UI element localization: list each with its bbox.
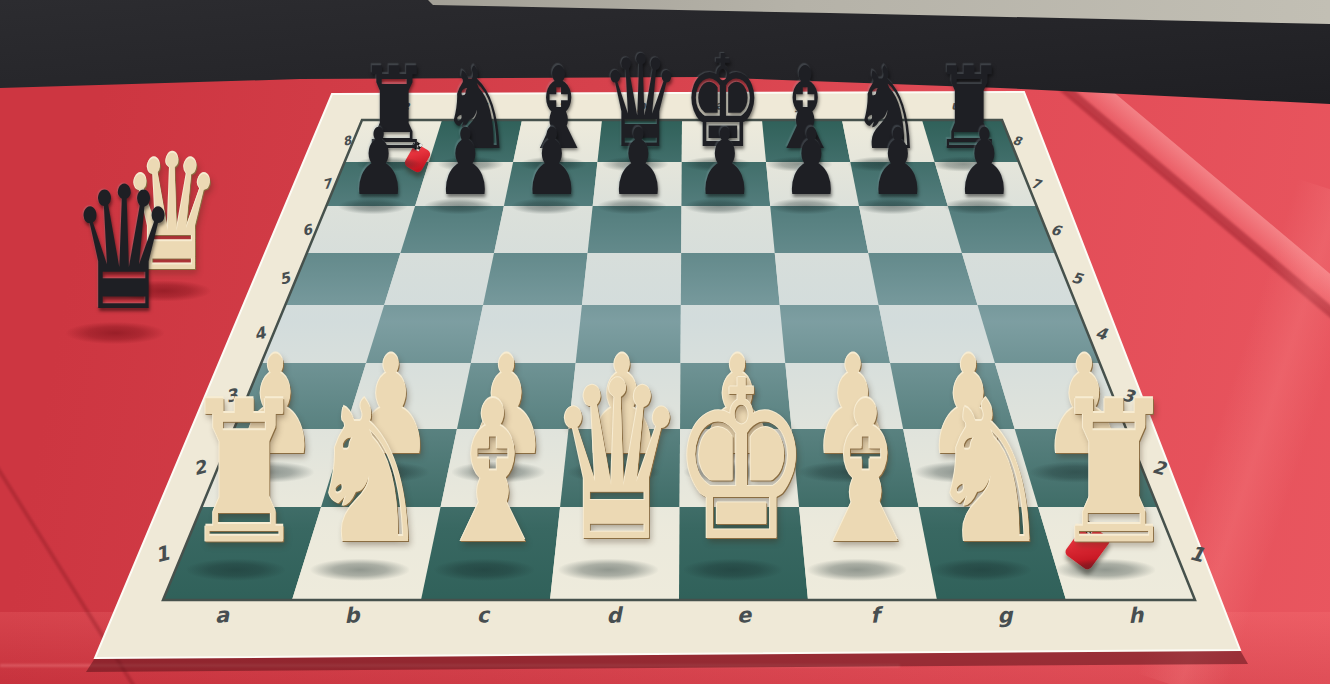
black-pawn-g7[interactable]: ♟ — [869, 143, 927, 208]
chess-piece-glyph: ♚ — [672, 352, 811, 572]
chess-piece-glyph: ♞ — [307, 376, 431, 572]
white-rook-a1[interactable]: ♜ — [183, 434, 307, 572]
chess-piece-glyph: ♟ — [350, 116, 408, 208]
chess-piece-glyph: ♟ — [696, 116, 754, 208]
chess-piece-glyph: ♝ — [431, 376, 555, 572]
file-label-bottom-d: d — [606, 605, 622, 627]
chess-piece-glyph: ♝ — [804, 376, 928, 572]
chess-piece-glyph: ♟ — [955, 116, 1013, 208]
chess-piece-glyph: ♛ — [548, 352, 687, 572]
white-king-e1[interactable]: ♚ — [672, 417, 811, 572]
white-knight-g1[interactable]: ♞ — [928, 434, 1052, 572]
chess-piece-glyph: ♟ — [782, 116, 840, 208]
chess-piece-glyph: ♜ — [183, 376, 307, 572]
chess-piece-glyph: ♟ — [523, 116, 581, 208]
black-pawn-a7[interactable]: ♟ — [350, 143, 408, 208]
chess-piece-glyph: ♛ — [70, 165, 178, 335]
chess-piece-glyph: ♞ — [928, 376, 1052, 572]
file-label-bottom-b: b — [344, 605, 360, 627]
chess-piece-glyph: ♜ — [1052, 376, 1176, 572]
file-label-bottom-g: g — [997, 605, 1013, 627]
black-pawn-h7[interactable]: ♟ — [955, 143, 1013, 208]
black-pawn-b7[interactable]: ♟ — [436, 143, 494, 208]
black-pawn-e7[interactable]: ♟ — [696, 143, 754, 208]
white-knight-b1[interactable]: ♞ — [307, 434, 431, 572]
black-pawn-c7[interactable]: ♟ — [523, 143, 581, 208]
chess-piece-glyph: ♟ — [436, 116, 494, 208]
file-label-bottom-h: h — [1128, 605, 1144, 627]
white-bishop-c1[interactable]: ♝ — [431, 434, 555, 572]
file-label-bottom-e: e — [737, 605, 752, 627]
black-pawn-f7[interactable]: ♟ — [782, 143, 840, 208]
photo-scene: abcdefghabcdefgh8877665544332211 ♜♞♝♛♚♝♞… — [0, 0, 1330, 684]
file-label-bottom-c: c — [476, 605, 490, 627]
white-rook-h1[interactable]: ♜ — [1052, 434, 1176, 572]
chess-piece-glyph: ♟ — [609, 116, 667, 208]
black-pawn-d7[interactable]: ♟ — [609, 143, 667, 208]
chess-piece-glyph: ♟ — [869, 116, 927, 208]
white-bishop-f1[interactable]: ♝ — [804, 434, 928, 572]
spare-black-queen[interactable]: ♛ — [70, 215, 178, 335]
file-label-bottom-f: f — [870, 605, 880, 626]
file-label-bottom-a: a — [214, 605, 229, 627]
white-queen-d1[interactable]: ♛ — [548, 417, 687, 572]
